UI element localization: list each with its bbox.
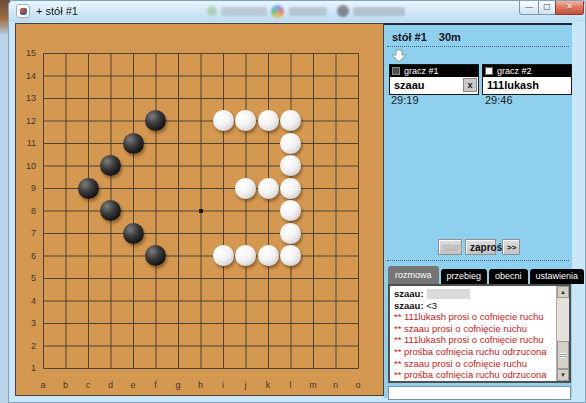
chat-message: ** szaau prosi o cofnięcie ruchu <box>394 323 556 335</box>
background-tab-ghost <box>221 7 267 16</box>
white-stone-l12 <box>280 110 301 131</box>
player-card-1: gracz #1szaaux <box>389 64 479 95</box>
chat-message: szaau: <box>394 288 556 300</box>
black-stone-d8 <box>100 200 121 221</box>
chat-message: ** 111lukash prosi o cofnięcie ruchu <box>394 311 556 323</box>
side-panel: stół #130m gracz #1szaauxgracz #2111luka… <box>384 23 572 398</box>
white-stone-j12 <box>235 110 256 131</box>
row-label: 8 <box>20 206 36 216</box>
column-label: o <box>347 380 369 390</box>
board-surface: abcdefghijklmno123456789101112131415 <box>16 24 383 395</box>
row-label: 6 <box>20 251 36 261</box>
action-buttons: start zaproś >> <box>438 239 520 255</box>
player-name: szaaux <box>390 77 478 94</box>
row-label: 14 <box>20 71 36 81</box>
chat-message: ** prośba cofnięcia ruchu odrzucona <box>394 346 556 358</box>
row-label: 13 <box>20 93 36 103</box>
player1-clock: 29:19 <box>391 94 419 106</box>
column-label: l <box>280 380 302 390</box>
close-button[interactable]: ✕ <box>555 1 584 15</box>
chat-input[interactable] <box>388 386 571 400</box>
scrollbar-thumb[interactable] <box>557 341 569 369</box>
tab-rozmowa[interactable]: rozmowa <box>388 266 439 284</box>
go-board[interactable]: abcdefghijklmno123456789101112131415 <box>15 23 384 396</box>
table-header: stół #130m <box>392 31 461 43</box>
white-stone-k6 <box>258 245 279 266</box>
white-stone-k12 <box>258 110 279 131</box>
maximize-button[interactable]: ▢ <box>538 1 556 15</box>
divider <box>387 260 569 261</box>
row-label: 7 <box>20 228 36 238</box>
white-stone-l10 <box>280 155 301 176</box>
column-label: n <box>325 380 347 390</box>
row-label: 10 <box>20 161 36 171</box>
row-label: 5 <box>20 273 36 283</box>
background-tab-ghost <box>337 5 349 17</box>
background-tab-ghost <box>289 7 327 16</box>
white-stone-l11 <box>280 133 301 154</box>
row-label: 12 <box>20 116 36 126</box>
time-control: 30m <box>439 31 461 43</box>
white-stone-i6 <box>213 245 234 266</box>
scroll-up-icon[interactable]: ▲ <box>557 286 569 298</box>
column-label: i <box>212 380 234 390</box>
column-label: c <box>77 380 99 390</box>
chat-area: szaau:szaau: <3** 111lukash prosi o cofn… <box>388 284 571 383</box>
white-stone-l9 <box>280 178 301 199</box>
background-tab-ghost <box>207 6 217 16</box>
start-button[interactable]: start <box>438 239 462 255</box>
chat-message: ** prośba cofnięcia ruchu odrzucona <box>394 369 556 381</box>
chat-message: ** 111lukash prosi o cofnięcie ruchu <box>394 334 556 346</box>
hoshi-point <box>199 209 203 213</box>
black-stone-f6 <box>145 245 166 266</box>
white-stone-j6 <box>235 245 256 266</box>
row-label: 2 <box>20 341 36 351</box>
column-label: h <box>190 380 212 390</box>
scroll-down-icon[interactable]: ▼ <box>557 369 569 381</box>
column-label: b <box>55 380 77 390</box>
row-label: 3 <box>20 318 36 328</box>
column-label: m <box>302 380 324 390</box>
player-card-2: gracz #2111lukash <box>482 64 572 95</box>
java-icon <box>16 4 30 18</box>
background-tab-ghost <box>271 5 284 18</box>
column-label: j <box>235 380 257 390</box>
column-label: a <box>32 380 54 390</box>
players-row: gracz #1szaauxgracz #2111lukash <box>389 64 572 95</box>
column-label: k <box>257 380 279 390</box>
player-name: 111lukash <box>483 77 571 94</box>
column-label: d <box>100 380 122 390</box>
app-window: + stół #1 — ▢ ✕ abcdefghijklmno123456789… <box>8 0 586 403</box>
tab-obecni[interactable]: obecni <box>489 269 528 284</box>
white-stone-icon <box>485 67 493 75</box>
white-stone-l7 <box>280 223 301 244</box>
tab-ustawienia[interactable]: ustawienia <box>530 269 585 284</box>
black-stone-e11 <box>123 133 144 154</box>
black-stone-icon <box>392 67 400 75</box>
black-stone-e7 <box>123 223 144 244</box>
row-label: 11 <box>20 138 36 148</box>
chat-message: ** szaau prosi o cofnięcie ruchu <box>394 358 556 370</box>
chat-message: szaau: <3 <box>394 300 556 312</box>
tab-przebieg[interactable]: przebieg <box>441 269 488 284</box>
white-stone-l6 <box>280 245 301 266</box>
panel-tabs: rozmowaprzebiegobecniustawienia <box>388 266 584 284</box>
player-label: gracz #1 <box>404 65 439 77</box>
chat-messages: szaau:szaau: <3** 111lukash prosi o cofn… <box>390 286 556 381</box>
titlebar[interactable]: + stół #1 — ▢ ✕ <box>9 1 585 22</box>
more-button[interactable]: >> <box>502 239 520 255</box>
black-stone-c9 <box>78 178 99 199</box>
invite-button[interactable]: zaproś <box>465 239 496 255</box>
player2-clock: 29:46 <box>485 94 513 106</box>
column-label: f <box>145 380 167 390</box>
white-stone-j9 <box>235 178 256 199</box>
row-label: 4 <box>20 296 36 306</box>
window-title: + stół #1 <box>36 5 78 17</box>
column-label: g <box>167 380 189 390</box>
row-label: 9 <box>20 183 36 193</box>
white-stone-i12 <box>213 110 234 131</box>
row-label: 1 <box>20 363 36 373</box>
divider <box>387 46 569 47</box>
selected-text-highlight <box>427 289 470 299</box>
black-stone-f12 <box>145 110 166 131</box>
minimize-button[interactable]: — <box>519 1 539 15</box>
white-stone-l8 <box>280 200 301 221</box>
player-label: gracz #2 <box>497 65 532 77</box>
white-stone-k9 <box>258 178 279 199</box>
row-label: 15 <box>20 48 36 58</box>
table-name: stół #1 <box>392 31 427 43</box>
black-stone-d10 <box>100 155 121 176</box>
chat-scrollbar[interactable]: ▲ ▼ <box>556 286 569 381</box>
column-label: e <box>122 380 144 390</box>
remove-player-button[interactable]: x <box>463 78 477 92</box>
window-controls: — ▢ ✕ <box>520 1 584 15</box>
background-tab-ghost <box>353 7 405 16</box>
